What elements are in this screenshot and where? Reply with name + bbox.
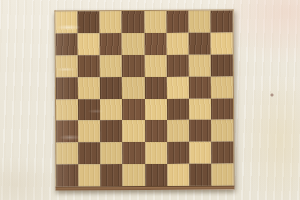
square-d8: [122, 11, 144, 33]
square-b6: [78, 55, 100, 77]
square-e4: [144, 98, 166, 120]
square-d3: [122, 120, 144, 142]
square-c6: [100, 55, 122, 77]
square-h5: [211, 76, 233, 98]
square-b4: [78, 99, 100, 121]
square-f7: [166, 33, 188, 55]
square-e8: [144, 11, 166, 33]
square-d2: [123, 142, 145, 164]
square-b5: [78, 77, 100, 99]
square-f2: [167, 142, 189, 164]
board-grid: [55, 10, 235, 187]
square-f8: [166, 11, 188, 33]
square-a5: [56, 77, 78, 99]
square-c5: [100, 77, 122, 99]
square-a8: [56, 11, 78, 33]
square-d5: [122, 77, 144, 99]
square-e7: [144, 33, 166, 55]
square-d7: [122, 33, 144, 55]
square-f1: [167, 164, 189, 186]
square-c3: [100, 120, 122, 142]
square-c7: [100, 33, 122, 55]
square-h1: [211, 164, 233, 186]
square-b1: [78, 164, 100, 186]
square-c4: [100, 99, 122, 121]
square-e1: [145, 164, 167, 186]
square-g7: [188, 33, 210, 55]
square-h7: [211, 32, 233, 54]
square-g8: [188, 11, 210, 33]
square-c1: [101, 164, 123, 186]
square-f6: [166, 55, 188, 77]
square-b8: [78, 11, 100, 33]
square-h2: [211, 142, 233, 164]
square-a2: [56, 143, 78, 165]
square-a7: [56, 33, 78, 55]
square-h8: [210, 11, 232, 33]
square-h6: [211, 54, 233, 76]
square-g4: [189, 98, 211, 120]
square-h3: [211, 120, 233, 142]
table-surface: [0, 0, 300, 200]
square-a1: [56, 164, 78, 186]
square-e3: [145, 120, 167, 142]
square-f5: [167, 76, 189, 98]
square-b3: [78, 121, 100, 143]
square-g1: [189, 164, 211, 186]
square-f3: [167, 120, 189, 142]
square-g3: [189, 120, 211, 142]
square-d1: [123, 164, 145, 186]
square-a6: [56, 55, 78, 77]
square-g2: [189, 142, 211, 164]
square-b2: [78, 142, 100, 164]
square-c2: [100, 142, 122, 164]
square-a4: [56, 99, 78, 121]
square-h4: [211, 98, 233, 120]
chessboard: [55, 10, 235, 191]
square-c8: [100, 11, 122, 33]
square-b7: [78, 33, 100, 55]
square-e5: [144, 77, 166, 99]
square-g6: [189, 54, 211, 76]
square-e6: [144, 55, 166, 77]
square-d4: [122, 99, 144, 121]
square-g5: [189, 76, 211, 98]
square-a3: [56, 121, 78, 143]
square-e2: [145, 142, 167, 164]
square-f4: [167, 98, 189, 120]
square-d6: [122, 55, 144, 77]
